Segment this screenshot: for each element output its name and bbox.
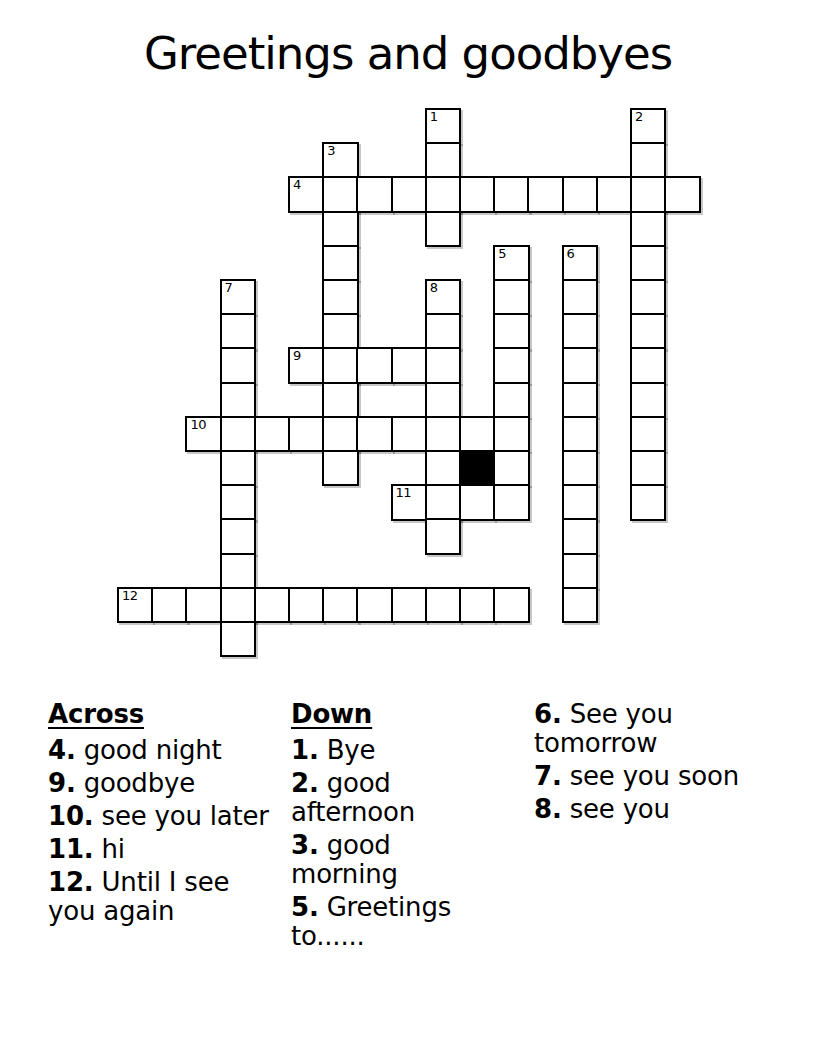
clue-down-7: 7. see you soon [534,762,746,791]
grid-cell[interactable]: 6 [562,245,598,281]
grid-cell[interactable] [493,313,529,349]
cell-number-10: 10 [190,418,206,432]
grid-cell[interactable] [562,587,598,623]
grid-cell[interactable] [425,518,461,554]
grid-cell[interactable] [220,484,256,520]
grid-cell[interactable] [425,416,461,452]
clue-number: 10. [48,801,93,831]
grid-cell[interactable]: 8 [425,279,461,315]
grid-cell[interactable] [630,313,666,349]
cell-number-8: 8 [430,281,438,295]
clue-across-4: 4. good night [48,736,272,765]
clue-across-11: 11. hi [48,835,272,864]
clue-down-5: 5. Greetings to...... [291,893,463,951]
grid-cell[interactable] [425,484,461,520]
grid-cell[interactable] [185,587,221,623]
clue-across-12: 12. Until I see you again [48,868,272,926]
grid-cell[interactable] [220,553,256,589]
clue-down-8: 8. see you [534,795,746,824]
across-header: Across [48,700,272,729]
grid-cell[interactable] [220,382,256,418]
clue-column-across: Across 4. good night9. goodbye10. see yo… [48,700,272,930]
clue-number: 8. [534,794,562,824]
grid-cell[interactable] [391,416,427,452]
grid-cell[interactable] [220,347,256,383]
grid-cell[interactable] [630,382,666,418]
grid-cell[interactable] [630,176,666,212]
grid-cell[interactable] [493,279,529,315]
grid-cell[interactable]: 5 [493,245,529,281]
grid-cell[interactable]: 11 [391,484,427,520]
grid-cell[interactable] [391,176,427,212]
grid-cell[interactable] [493,484,529,520]
grid-cell[interactable] [151,587,187,623]
grid-cell[interactable] [220,313,256,349]
grid-cell[interactable] [425,450,461,486]
grid-cell[interactable] [562,553,598,589]
grid-cell[interactable] [527,176,563,212]
grid-cell[interactable] [356,587,392,623]
grid-cell[interactable] [562,382,598,418]
grid-cell[interactable] [356,347,392,383]
clue-column-down: Down 1. Bye2. good afternoon3. good morn… [291,700,463,955]
grid-cell[interactable] [356,416,392,452]
grid-cell[interactable] [562,484,598,520]
clue-down-2: 2. good afternoon [291,769,463,827]
clue-number: 6. [534,699,562,729]
grid-cell[interactable] [425,211,461,247]
grid-cell[interactable] [322,416,358,452]
grid-cell[interactable] [425,313,461,349]
grid-cell[interactable] [425,347,461,383]
cell-number-7: 7 [225,281,233,295]
grid-cell[interactable]: 9 [288,347,324,383]
grid-cell[interactable]: 7 [220,279,256,315]
clue-number: 3. [291,830,319,860]
grid-cell[interactable] [391,347,427,383]
grid-cell[interactable] [493,587,529,623]
grid-cell[interactable] [459,587,495,623]
grid-cell[interactable] [425,587,461,623]
cell-number-9: 9 [293,349,301,363]
grid-cell[interactable] [664,176,700,212]
grid-cell[interactable] [493,176,529,212]
grid-cell[interactable] [288,416,324,452]
grid-cell[interactable]: 2 [630,108,666,144]
cell-number-12: 12 [122,589,138,603]
grid-cell[interactable] [493,450,529,486]
grid-cell[interactable] [322,211,358,247]
clue-across-9: 9. goodbye [48,769,272,798]
crossword-grid: 123456789101112 [117,108,703,660]
grid-cell[interactable] [630,450,666,486]
grid-cell[interactable] [562,416,598,452]
grid-cell[interactable]: 4 [288,176,324,212]
grid-cell[interactable] [459,176,495,212]
cell-number-11: 11 [396,486,412,500]
grid-cell[interactable] [630,416,666,452]
grid-cell[interactable] [562,313,598,349]
clue-down-1: 1. Bye [291,736,463,765]
grid-cell[interactable] [220,621,256,657]
grid-cell[interactable] [220,416,256,452]
grid-cell[interactable] [630,211,666,247]
grid-cell[interactable] [322,245,358,281]
grid-cell[interactable]: 10 [185,416,221,452]
across-clue-list: 4. good night9. goodbye10. see you later… [48,736,272,926]
grid-cell[interactable] [562,347,598,383]
grid-cell[interactable] [459,484,495,520]
grid-cell[interactable] [322,347,358,383]
clue-down-3: 3. good morning [291,831,463,889]
grid-cell[interactable] [596,176,632,212]
grid-cell[interactable] [254,587,290,623]
cell-number-5: 5 [498,247,506,261]
cell-number-1: 1 [430,110,438,124]
grid-cell[interactable] [630,142,666,178]
clue-number: 9. [48,768,76,798]
grid-cell[interactable] [425,382,461,418]
grid-cell[interactable]: 12 [117,587,153,623]
grid-cell[interactable] [562,176,598,212]
grid-cell[interactable] [220,450,256,486]
grid-cell[interactable] [391,587,427,623]
grid-cell[interactable] [288,587,324,623]
grid-cell[interactable] [356,176,392,212]
page-title: Greetings and goodbyes [0,27,816,81]
grid-cell[interactable] [493,382,529,418]
grid-cell[interactable] [630,279,666,315]
clue-number: 1. [291,735,319,765]
cell-number-3: 3 [327,144,335,158]
clue-number: 5. [291,892,319,922]
grid-cell[interactable] [630,245,666,281]
grid-cell[interactable] [425,142,461,178]
clue-down-6: 6. See you tomorrow [534,700,746,758]
grid-cell[interactable] [562,450,598,486]
grid-cell[interactable] [493,416,529,452]
clue-number: 4. [48,735,76,765]
grid-cell[interactable] [254,416,290,452]
grid-cell[interactable] [322,313,358,349]
grid-cell[interactable]: 1 [425,108,461,144]
grid-cell[interactable] [493,347,529,383]
grid-cell[interactable] [425,176,461,212]
grid-cell[interactable] [322,587,358,623]
grid-cell[interactable] [220,518,256,554]
grid-cell[interactable] [322,279,358,315]
cell-number-6: 6 [567,247,575,261]
grid-cell[interactable] [322,450,358,486]
grid-cell[interactable] [562,518,598,554]
down-header: Down [291,700,463,729]
clue-number: 2. [291,768,319,798]
clue-number: 12. [48,867,93,897]
clue-column-down-continued: 6. See you tomorrow7. see you soon8. see… [534,700,746,828]
grid-cell[interactable] [562,279,598,315]
grid-cell[interactable]: 3 [322,142,358,178]
down-clue-list-continued: 6. See you tomorrow7. see you soon8. see… [534,700,746,824]
cell-number-4: 4 [293,178,301,192]
grid-cell[interactable] [630,484,666,520]
grid-cell-black [459,450,495,486]
clue-across-10: 10. see you later [48,802,272,831]
grid-cell[interactable] [220,587,256,623]
clue-number: 7. [534,761,562,791]
grid-cell[interactable] [630,347,666,383]
grid-cell[interactable] [322,382,358,418]
grid-cell[interactable] [459,416,495,452]
clue-number: 11. [48,834,93,864]
down-clue-list: 1. Bye2. good afternoon3. good morning5.… [291,736,463,951]
cell-number-2: 2 [635,110,643,124]
grid-cell[interactable] [322,176,358,212]
